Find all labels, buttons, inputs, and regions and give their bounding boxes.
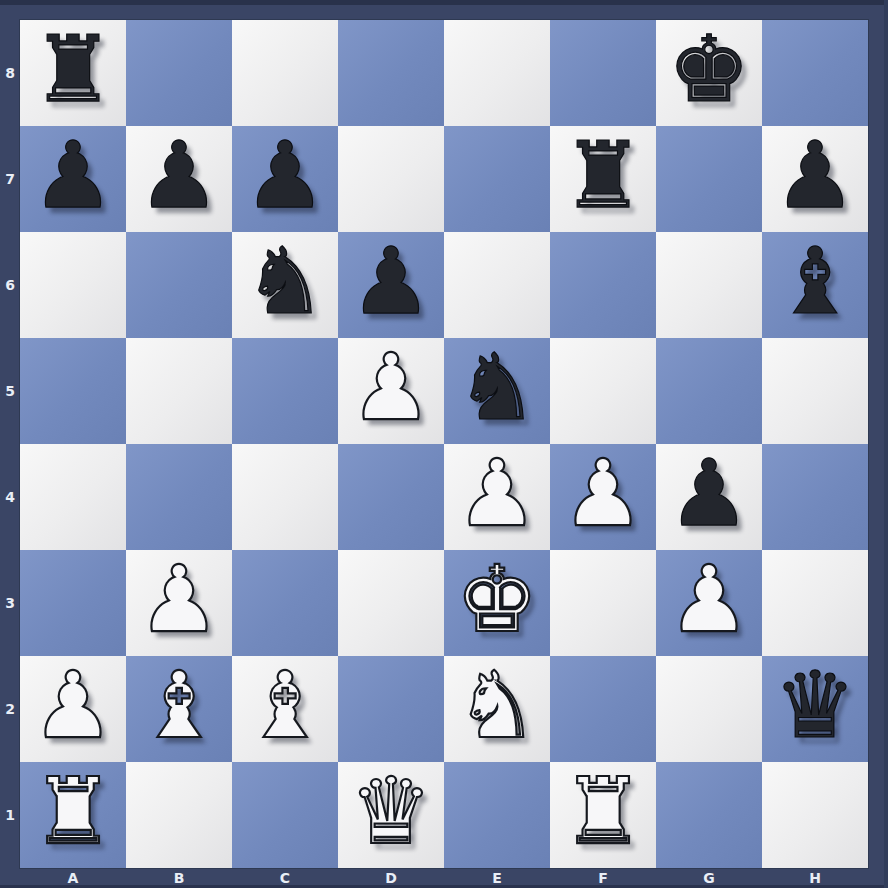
square-b8[interactable] — [126, 20, 232, 126]
square-b6[interactable] — [126, 232, 232, 338]
file-label-h: H — [762, 868, 868, 888]
square-f3[interactable] — [550, 550, 656, 656]
rank-label-8: 8 — [0, 20, 20, 126]
square-g5[interactable] — [656, 338, 762, 444]
square-e1[interactable] — [444, 762, 550, 868]
rank-label-4: 4 — [0, 444, 20, 550]
square-c7[interactable]: ♟ — [232, 126, 338, 232]
piece-black-rook-a8[interactable]: ♜ — [32, 17, 114, 123]
rank-label-5: 5 — [0, 338, 20, 444]
square-b7[interactable]: ♟ — [126, 126, 232, 232]
piece-black-pawn-c7[interactable]: ♟ — [244, 123, 326, 229]
piece-white-pawn-e4[interactable]: ♟ — [456, 441, 538, 547]
square-f1[interactable]: ♜ — [550, 762, 656, 868]
square-f2[interactable] — [550, 656, 656, 762]
piece-black-queen-h2[interactable]: ♛ — [774, 653, 856, 759]
piece-black-knight-e5[interactable]: ♞ — [456, 335, 538, 441]
square-d5[interactable]: ♟ — [338, 338, 444, 444]
square-a7[interactable]: ♟ — [20, 126, 126, 232]
square-f8[interactable] — [550, 20, 656, 126]
square-h2[interactable]: ♛ — [762, 656, 868, 762]
square-d1[interactable]: ♛ — [338, 762, 444, 868]
square-d7[interactable] — [338, 126, 444, 232]
square-c4[interactable] — [232, 444, 338, 550]
piece-black-pawn-b7[interactable]: ♟ — [138, 123, 220, 229]
square-g3[interactable]: ♟ — [656, 550, 762, 656]
file-label-c: C — [232, 868, 338, 888]
file-label-g: G — [656, 868, 762, 888]
square-d2[interactable] — [338, 656, 444, 762]
square-g1[interactable] — [656, 762, 762, 868]
square-c3[interactable] — [232, 550, 338, 656]
piece-white-bishop-c2[interactable]: ♝ — [244, 653, 326, 759]
square-a1[interactable]: ♜ — [20, 762, 126, 868]
square-a6[interactable] — [20, 232, 126, 338]
square-g6[interactable] — [656, 232, 762, 338]
rank-label-2: 2 — [0, 656, 20, 762]
square-e5[interactable]: ♞ — [444, 338, 550, 444]
square-e2[interactable]: ♞ — [444, 656, 550, 762]
file-label-e: E — [444, 868, 550, 888]
square-h6[interactable]: ♝ — [762, 232, 868, 338]
square-h8[interactable] — [762, 20, 868, 126]
square-a4[interactable] — [20, 444, 126, 550]
square-f6[interactable] — [550, 232, 656, 338]
square-d6[interactable]: ♟ — [338, 232, 444, 338]
file-label-b: B — [126, 868, 232, 888]
piece-black-pawn-g4[interactable]: ♟ — [668, 441, 750, 547]
square-b3[interactable]: ♟ — [126, 550, 232, 656]
piece-white-pawn-a2[interactable]: ♟ — [32, 653, 114, 759]
piece-white-pawn-b3[interactable]: ♟ — [138, 547, 220, 653]
piece-white-pawn-g3[interactable]: ♟ — [668, 547, 750, 653]
square-e4[interactable]: ♟ — [444, 444, 550, 550]
square-c5[interactable] — [232, 338, 338, 444]
square-f5[interactable] — [550, 338, 656, 444]
square-b2[interactable]: ♝ — [126, 656, 232, 762]
piece-black-pawn-h7[interactable]: ♟ — [774, 123, 856, 229]
square-c8[interactable] — [232, 20, 338, 126]
square-a2[interactable]: ♟ — [20, 656, 126, 762]
square-f7[interactable]: ♜ — [550, 126, 656, 232]
rank-label-6: 6 — [0, 232, 20, 338]
piece-white-pawn-d5[interactable]: ♟ — [350, 335, 432, 441]
square-b4[interactable] — [126, 444, 232, 550]
square-e7[interactable] — [444, 126, 550, 232]
rank-label-7: 7 — [0, 126, 20, 232]
square-a8[interactable]: ♜ — [20, 20, 126, 126]
square-h7[interactable]: ♟ — [762, 126, 868, 232]
square-h5[interactable] — [762, 338, 868, 444]
frame-top-edge — [0, 0, 888, 5]
square-g2[interactable] — [656, 656, 762, 762]
square-g7[interactable] — [656, 126, 762, 232]
square-d8[interactable] — [338, 20, 444, 126]
piece-white-queen-d1[interactable]: ♛ — [350, 759, 432, 865]
piece-black-pawn-d6[interactable]: ♟ — [350, 229, 432, 335]
square-f4[interactable]: ♟ — [550, 444, 656, 550]
square-e3[interactable]: ♚ — [444, 550, 550, 656]
piece-black-pawn-a7[interactable]: ♟ — [32, 123, 114, 229]
piece-white-bishop-b2[interactable]: ♝ — [138, 653, 220, 759]
file-labels: ABCDEFGH — [20, 868, 868, 888]
rank-label-1: 1 — [0, 762, 20, 868]
rank-labels: 87654321 — [0, 20, 20, 868]
chess-board: ♜♚♟♟♟♜♟♞♟♝♟♞♟♟♟♟♚♟♟♝♝♞♛♜♛♜ — [20, 20, 868, 868]
piece-black-king-g8[interactable]: ♚ — [668, 17, 750, 123]
square-e6[interactable] — [444, 232, 550, 338]
square-b5[interactable] — [126, 338, 232, 444]
square-g8[interactable]: ♚ — [656, 20, 762, 126]
square-c6[interactable]: ♞ — [232, 232, 338, 338]
square-c1[interactable] — [232, 762, 338, 868]
chess-board-frame: 87654321 ♜♚♟♟♟♜♟♞♟♝♟♞♟♟♟♟♚♟♟♝♝♞♛♜♛♜ ABCD… — [0, 0, 888, 888]
square-d4[interactable] — [338, 444, 444, 550]
square-h1[interactable] — [762, 762, 868, 868]
square-b1[interactable] — [126, 762, 232, 868]
square-h3[interactable] — [762, 550, 868, 656]
piece-white-king-e3[interactable]: ♚ — [456, 547, 538, 653]
square-h4[interactable] — [762, 444, 868, 550]
piece-black-bishop-h6[interactable]: ♝ — [774, 229, 856, 335]
file-label-a: A — [20, 868, 126, 888]
piece-white-rook-a1[interactable]: ♜ — [32, 759, 114, 865]
piece-black-knight-c6[interactable]: ♞ — [244, 229, 326, 335]
square-g4[interactable]: ♟ — [656, 444, 762, 550]
file-label-d: D — [338, 868, 444, 888]
piece-black-rook-f7[interactable]: ♜ — [562, 123, 644, 229]
square-a3[interactable] — [20, 550, 126, 656]
file-label-f: F — [550, 868, 656, 888]
piece-white-rook-f1[interactable]: ♜ — [562, 759, 644, 865]
square-e8[interactable] — [444, 20, 550, 126]
piece-white-pawn-f4[interactable]: ♟ — [562, 441, 644, 547]
frame-right-edge — [884, 0, 888, 888]
square-d3[interactable] — [338, 550, 444, 656]
piece-white-knight-e2[interactable]: ♞ — [456, 653, 538, 759]
square-c2[interactable]: ♝ — [232, 656, 338, 762]
square-a5[interactable] — [20, 338, 126, 444]
rank-label-3: 3 — [0, 550, 20, 656]
